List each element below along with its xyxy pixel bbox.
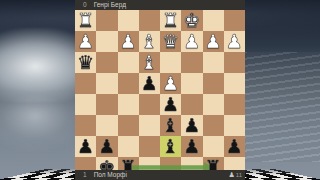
piece-white-bishop[interactable]: ♝ [139,52,160,73]
material-value: 11 [236,170,242,180]
board-pieces: ♜♜♚♟♟♝♛♟♟♟♛♝♟♟♟♝♟♟♟♝♟♟♚♜♜ [75,10,245,178]
pawn-icon: ♟ [228,170,234,180]
bottom-player-score: 1 [83,170,87,180]
background-foam [236,52,320,162]
piece-black-pawn[interactable]: ♟ [75,136,96,157]
empty-cell [75,115,96,136]
chess-app: ♜♜♚♟♟♝♛♟♟♟♛♝♟♟♟♝♟♟♟♝♟♟♚♜♜ 0 Генрі Берд 1… [75,0,245,180]
material-indicator: ♟ 11 [228,170,242,180]
empty-cell [203,115,224,136]
piece-black-bishop[interactable]: ♝ [160,115,181,136]
empty-cell [203,136,224,157]
empty-cell [181,52,202,73]
piece-white-queen[interactable]: ♛ [160,31,181,52]
empty-cell [139,115,160,136]
piece-white-pawn[interactable]: ♟ [118,31,139,52]
piece-white-bishop[interactable]: ♝ [139,31,160,52]
bottom-player-name: Пол Морфі [94,170,127,180]
empty-cell [224,115,245,136]
empty-cell [203,73,224,94]
empty-cell [75,94,96,115]
empty-cell [96,115,117,136]
chess-board[interactable]: ♜♜♚♟♟♝♛♟♟♟♛♝♟♟♟♝♟♟♟♝♟♟♚♜♜ [75,10,245,178]
empty-cell [139,136,160,157]
piece-white-pawn[interactable]: ♟ [160,73,181,94]
empty-cell [224,94,245,115]
empty-cell [203,94,224,115]
player-bar-bottom[interactable]: 1 Пол Морфі ♟ 11 [75,170,245,180]
piece-black-bishop[interactable]: ♝ [160,136,181,157]
empty-cell [224,10,245,31]
piece-black-pawn[interactable]: ♟ [181,136,202,157]
empty-cell [96,94,117,115]
empty-cell [96,73,117,94]
piece-white-pawn[interactable]: ♟ [203,31,224,52]
empty-cell [203,52,224,73]
empty-cell [96,52,117,73]
empty-cell [118,52,139,73]
empty-cell [118,115,139,136]
empty-cell [96,31,117,52]
empty-cell [181,94,202,115]
top-player-name: Генрі Берд [94,0,126,10]
piece-white-pawn[interactable]: ♟ [75,31,96,52]
piece-black-queen[interactable]: ♛ [75,52,96,73]
piece-white-pawn[interactable]: ♟ [181,31,202,52]
piece-black-pawn[interactable]: ♟ [224,136,245,157]
empty-cell [75,73,96,94]
top-player-score: 0 [83,0,87,10]
empty-cell [160,52,181,73]
empty-cell [224,52,245,73]
empty-cell [224,73,245,94]
piece-white-pawn[interactable]: ♟ [224,31,245,52]
empty-cell [118,73,139,94]
piece-white-rook[interactable]: ♜ [75,10,96,31]
empty-cell [96,10,117,31]
piece-black-pawn[interactable]: ♟ [181,115,202,136]
empty-cell [139,94,160,115]
piece-white-king[interactable]: ♚ [181,10,202,31]
empty-cell [203,10,224,31]
piece-black-pawn[interactable]: ♟ [160,94,181,115]
empty-cell [181,73,202,94]
empty-cell [139,10,160,31]
empty-cell [118,94,139,115]
piece-black-pawn[interactable]: ♟ [139,73,160,94]
empty-cell [118,136,139,157]
player-bar-top[interactable]: 0 Генрі Берд [75,0,245,10]
empty-cell [118,10,139,31]
piece-white-rook[interactable]: ♜ [160,10,181,31]
piece-black-pawn[interactable]: ♟ [96,136,117,157]
